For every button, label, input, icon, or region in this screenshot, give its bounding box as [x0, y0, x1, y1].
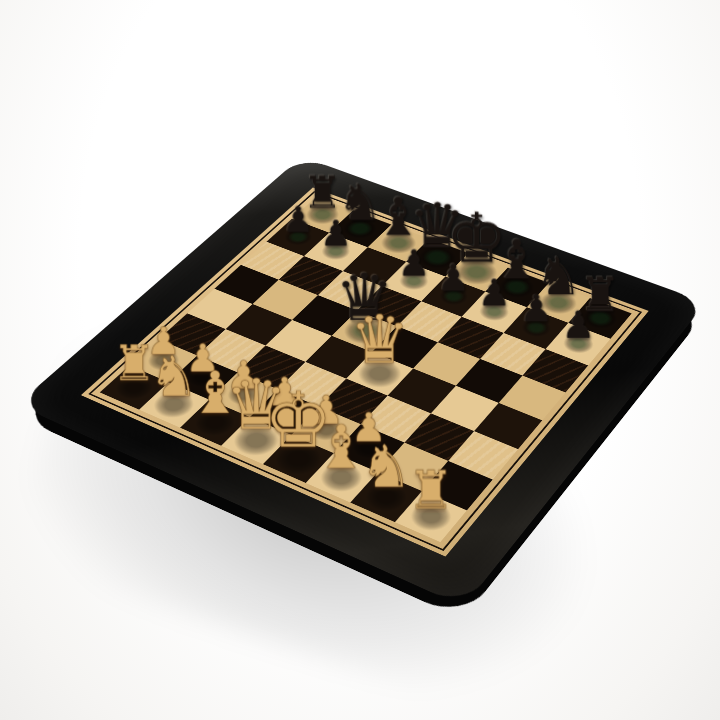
white-knight-icon: ♞: [360, 438, 413, 497]
chess-set-photo: ♜♞♝♛♚♝♞♜♟♟♟♟♟♟♟♛♛♟♟♟♟♟♟♜♞♝♛♚♝♞♜: [0, 0, 720, 720]
black-pawn-icon: ♟: [437, 260, 470, 297]
white-queen-icon: ♛: [350, 307, 410, 374]
black-pawn-icon: ♟: [282, 202, 314, 237]
black-pawn-icon: ♟: [320, 216, 352, 252]
black-pawn-icon: ♟: [397, 245, 430, 281]
white-rook-icon: ♜: [407, 464, 454, 517]
black-pawn-icon: ♟: [478, 275, 511, 312]
black-pawn-icon: ♟: [561, 306, 595, 344]
black-pawn-icon: ♟: [519, 290, 553, 327]
